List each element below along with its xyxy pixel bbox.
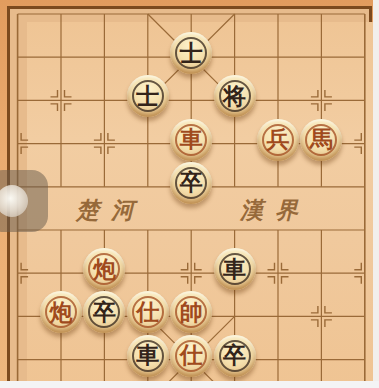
piece-black-soldier[interactable]: 卒	[170, 162, 212, 204]
piece-glyph: 馬	[310, 128, 333, 151]
screenshot-edge-strip	[0, 381, 379, 388]
assistive-touch-handle[interactable]	[0, 170, 48, 232]
piece-red-advisor[interactable]: 仕	[170, 335, 212, 377]
piece-glyph: 仕	[180, 344, 203, 367]
river-label-right: 漢界	[240, 197, 310, 223]
piece-black-chariot[interactable]: 車	[127, 335, 169, 377]
piece-black-chariot[interactable]: 車	[214, 248, 256, 290]
river-label-left: 楚河	[76, 197, 146, 223]
piece-black-soldier[interactable]: 卒	[214, 335, 256, 377]
piece-glyph: 炮	[93, 258, 116, 281]
piece-glyph: 車	[223, 258, 246, 281]
piece-glyph: 士	[180, 42, 203, 65]
piece-glyph: 帥	[180, 301, 203, 324]
piece-glyph: 仕	[136, 301, 159, 324]
xiangqi-game-screen: 楚河 漢界 士士将車兵馬卒炮車炮卒仕帥車仕卒	[0, 0, 379, 388]
piece-red-chariot[interactable]: 車	[170, 119, 212, 161]
piece-red-advisor[interactable]: 仕	[127, 291, 169, 333]
piece-red-horse[interactable]: 馬	[300, 119, 342, 161]
piece-black-general[interactable]: 将	[214, 75, 256, 117]
piece-glyph: 兵	[267, 128, 290, 151]
piece-glyph: 士	[136, 85, 159, 108]
piece-red-soldier[interactable]: 兵	[257, 119, 299, 161]
piece-black-advisor[interactable]: 士	[127, 75, 169, 117]
piece-glyph: 炮	[50, 301, 73, 324]
screenshot-edge-strip	[373, 0, 379, 388]
piece-glyph: 卒	[180, 171, 203, 194]
assistive-touch-knob-icon	[0, 185, 28, 217]
piece-glyph: 車	[136, 344, 159, 367]
piece-glyph: 卒	[93, 301, 116, 324]
piece-glyph: 車	[180, 128, 203, 151]
piece-glyph: 卒	[223, 344, 246, 367]
piece-glyph: 将	[223, 85, 246, 108]
